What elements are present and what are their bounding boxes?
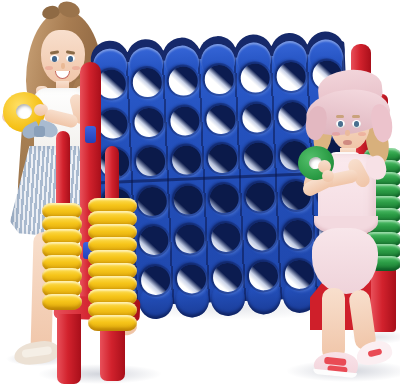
hole-r6-c3-empty[interactable]	[176, 264, 206, 294]
girl-hand	[34, 104, 47, 116]
dress-skirt	[312, 228, 378, 294]
hole-r2-c2-empty[interactable]	[133, 107, 163, 137]
hole-r3-c3-empty[interactable]	[171, 145, 201, 175]
hole-r4-c3-empty[interactable]	[173, 185, 203, 215]
hole-r5-c4-empty[interactable]	[210, 223, 240, 253]
hole-r4-c5-empty[interactable]	[245, 182, 275, 212]
shoe-strap	[367, 348, 382, 357]
hole-r2-c3-empty[interactable]	[169, 106, 199, 136]
toddler-eye	[352, 120, 361, 128]
sandal-strap	[21, 346, 52, 358]
shoe-strap	[324, 357, 347, 366]
toddler-cheek	[332, 132, 340, 136]
hole-r5-c2-empty[interactable]	[138, 226, 168, 256]
ring-hole	[16, 104, 32, 119]
hole-r1-c5-empty[interactable]	[240, 63, 270, 93]
hole-r6-c5-empty[interactable]	[248, 261, 278, 291]
stack-left-outer	[42, 131, 82, 311]
toddler-cheek	[358, 132, 366, 136]
yellow-ring[interactable]	[42, 294, 82, 310]
toddler-nose	[345, 130, 350, 136]
shoe-sole	[313, 369, 357, 379]
hole-r5-c3-empty[interactable]	[174, 224, 204, 254]
left-base-leg	[57, 314, 81, 384]
hole-r4-c2-empty[interactable]	[137, 186, 167, 216]
product-photo-stage	[0, 0, 400, 387]
girl-sandal	[13, 339, 62, 367]
toddler-hand	[322, 170, 334, 182]
toddler-mouth	[343, 140, 352, 145]
hole-r1-c2-empty[interactable]	[132, 68, 162, 98]
yellow-ring[interactable]	[88, 315, 137, 331]
toddler-eyebrow	[336, 115, 344, 118]
hole-r3-c4-empty[interactable]	[207, 144, 237, 174]
stack-left-inner	[88, 146, 137, 336]
girl-cheek	[72, 66, 80, 70]
toddler-leg	[322, 288, 345, 360]
hole-r6-c4-empty[interactable]	[212, 262, 242, 292]
hole-r1-c4-empty[interactable]	[204, 65, 234, 95]
hole-r3-c2-empty[interactable]	[135, 147, 165, 177]
toddler-eyebrow	[352, 115, 360, 118]
stand-clip	[85, 126, 96, 143]
girl-eye	[66, 55, 75, 62]
ring-post	[56, 131, 70, 211]
hole-r2-c4-empty[interactable]	[205, 104, 235, 134]
hole-r2-c5-empty[interactable]	[241, 103, 271, 133]
girl-cheek	[45, 66, 53, 70]
hole-r4-c4-empty[interactable]	[209, 183, 239, 213]
toddler-eye	[336, 120, 345, 128]
hole-r6-c2-empty[interactable]	[140, 265, 170, 295]
hole-r5-c5-empty[interactable]	[246, 221, 276, 251]
hole-r3-c5-empty[interactable]	[243, 142, 273, 172]
hole-r2-c1-empty[interactable]	[97, 109, 127, 139]
toddler-shoe	[313, 350, 359, 378]
hole-r1-c3-empty[interactable]	[168, 66, 198, 96]
girl-nose	[61, 63, 65, 69]
girl-eye	[50, 55, 59, 62]
child-toddler-right	[278, 70, 400, 387]
ring-post	[105, 146, 119, 206]
ring-stack	[42, 203, 82, 310]
ring-stack	[88, 198, 137, 331]
